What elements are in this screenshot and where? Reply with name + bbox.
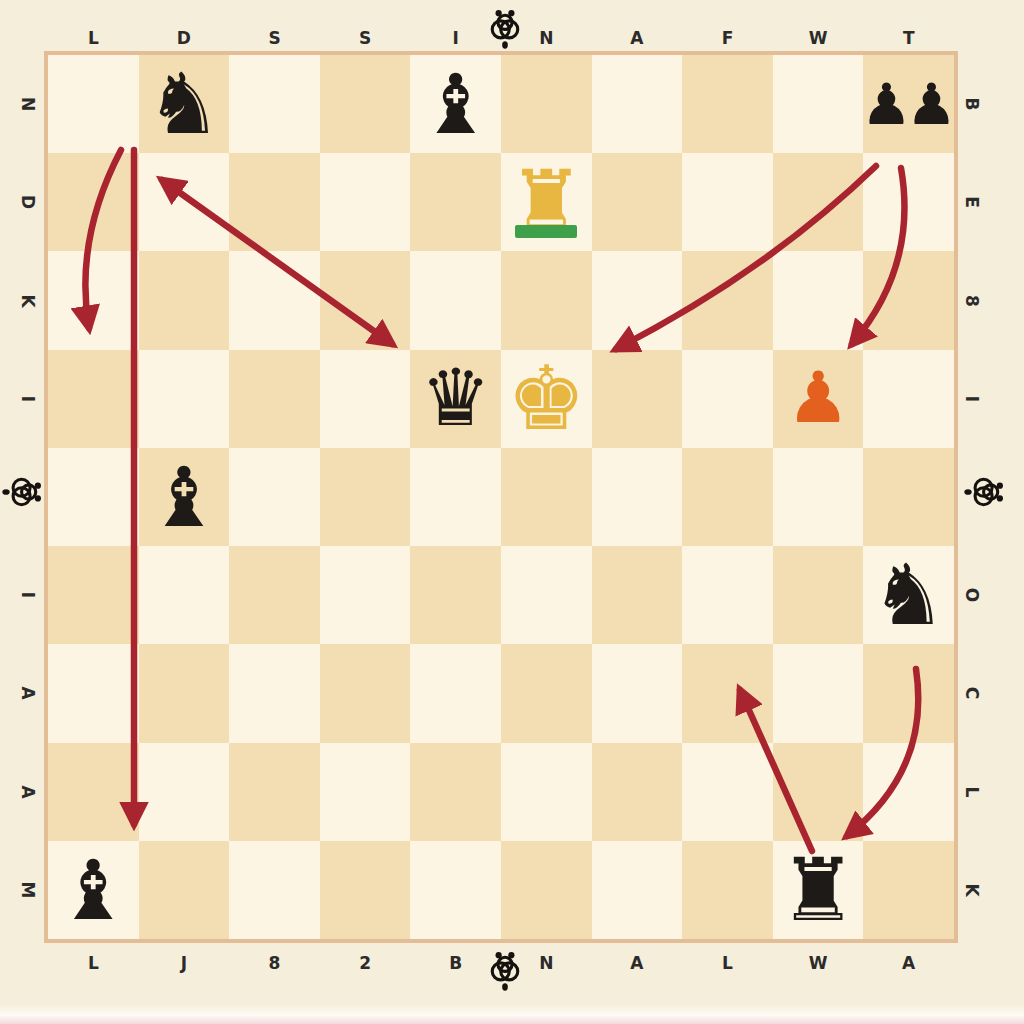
board-square[interactable] — [48, 448, 139, 546]
board-square[interactable] — [501, 251, 592, 349]
rank-label: K — [16, 287, 40, 315]
black-bishop[interactable]: ♝ — [410, 55, 501, 153]
board-square[interactable] — [229, 448, 320, 546]
rank-label: D — [16, 188, 40, 216]
rank-label: N — [16, 90, 40, 118]
board-square[interactable] — [592, 743, 683, 841]
rank-label: A — [16, 679, 40, 707]
board-square[interactable] — [410, 743, 501, 841]
board-square[interactable] — [229, 644, 320, 742]
board-square[interactable] — [320, 448, 411, 546]
board-square[interactable] — [863, 841, 954, 939]
board-square[interactable] — [229, 841, 320, 939]
board-square[interactable] — [682, 55, 773, 153]
crown-ornament-icon — [1, 475, 45, 509]
board-square[interactable] — [320, 546, 411, 644]
board-square[interactable] — [773, 251, 864, 349]
board-square[interactable] — [592, 841, 683, 939]
board-square[interactable] — [863, 644, 954, 742]
rank-label: C — [960, 679, 984, 707]
board-square[interactable] — [229, 153, 320, 251]
file-label: T — [895, 26, 923, 50]
file-label: I — [442, 26, 470, 50]
board-square[interactable] — [139, 153, 230, 251]
board-square[interactable] — [501, 743, 592, 841]
file-label: N — [532, 26, 560, 50]
board-square[interactable] — [682, 743, 773, 841]
board-square[interactable] — [139, 743, 230, 841]
board-square[interactable] — [48, 546, 139, 644]
board-square[interactable] — [592, 448, 683, 546]
file-label: A — [623, 951, 651, 975]
crown-ornament-icon — [488, 6, 522, 50]
board-square[interactable] — [48, 251, 139, 349]
board-square[interactable] — [773, 546, 864, 644]
board-square[interactable] — [320, 350, 411, 448]
board-square[interactable] — [682, 153, 773, 251]
file-label: L — [714, 951, 742, 975]
board-square[interactable] — [682, 251, 773, 349]
file-label: N — [532, 951, 560, 975]
board-square[interactable] — [682, 546, 773, 644]
board-square[interactable] — [48, 55, 139, 153]
file-label: B — [442, 951, 470, 975]
rank-label: K — [960, 876, 984, 904]
board-square[interactable] — [501, 841, 592, 939]
board-square[interactable] — [229, 743, 320, 841]
board-square[interactable] — [410, 644, 501, 742]
board-square[interactable] — [139, 251, 230, 349]
file-label: D — [170, 26, 198, 50]
crown-ornament-icon — [963, 475, 1007, 509]
board-square[interactable] — [863, 350, 954, 448]
rank-label: I — [16, 581, 40, 609]
board-square[interactable] — [320, 251, 411, 349]
board-square[interactable] — [229, 251, 320, 349]
board-square[interactable] — [592, 251, 683, 349]
green-base-band — [515, 225, 577, 238]
file-label: S — [261, 26, 289, 50]
board-square[interactable] — [139, 546, 230, 644]
file-label: A — [895, 951, 923, 975]
board-square[interactable] — [48, 743, 139, 841]
board-square[interactable] — [773, 743, 864, 841]
chess-diagram: ♞♝♟♟♜♛♚♟♝♞♜♝ LDSSINAFWTLJ82BNALWANDKIIAA… — [0, 0, 1024, 1024]
board-square[interactable] — [139, 644, 230, 742]
rank-label: M — [16, 876, 40, 904]
gold-rook[interactable]: ♜ — [501, 153, 592, 251]
board-square[interactable] — [592, 644, 683, 742]
file-label: F — [714, 26, 742, 50]
black-queen[interactable]: ♛ — [410, 350, 501, 448]
black-bishop[interactable]: ♝ — [48, 841, 139, 939]
black-bishop[interactable]: ♝ — [139, 448, 230, 546]
board-square[interactable] — [682, 350, 773, 448]
board-square[interactable] — [48, 153, 139, 251]
board-square[interactable] — [320, 644, 411, 742]
file-label: 8 — [261, 951, 289, 975]
file-label: 2 — [351, 951, 379, 975]
board-square[interactable] — [773, 153, 864, 251]
board-square[interactable] — [410, 153, 501, 251]
board-square[interactable] — [48, 644, 139, 742]
board-square[interactable] — [229, 350, 320, 448]
file-label: W — [804, 951, 832, 975]
board-square[interactable] — [501, 55, 592, 153]
black-knight[interactable]: ♞ — [139, 55, 230, 153]
board-square[interactable] — [863, 448, 954, 546]
rank-label: O — [960, 581, 984, 609]
board-square[interactable] — [501, 644, 592, 742]
rank-label: I — [960, 385, 984, 413]
board-square[interactable] — [501, 448, 592, 546]
board-square[interactable] — [773, 448, 864, 546]
board-square[interactable] — [682, 644, 773, 742]
board-square[interactable] — [863, 743, 954, 841]
rank-label: I — [16, 385, 40, 413]
crown-ornament-icon — [488, 948, 522, 992]
file-label: L — [79, 26, 107, 50]
board-square[interactable] — [320, 743, 411, 841]
board-square[interactable] — [773, 55, 864, 153]
board-square[interactable] — [863, 251, 954, 349]
board-square[interactable] — [410, 841, 501, 939]
board-square[interactable] — [592, 350, 683, 448]
board-square[interactable] — [410, 251, 501, 349]
board-square[interactable] — [501, 546, 592, 644]
gold-king[interactable]: ♚ — [501, 350, 592, 448]
board-square[interactable] — [48, 350, 139, 448]
file-label: A — [623, 26, 651, 50]
file-label: J — [170, 951, 198, 975]
board-square[interactable] — [410, 448, 501, 546]
file-label: L — [79, 951, 107, 975]
board-square[interactable] — [320, 841, 411, 939]
board-square[interactable] — [320, 153, 411, 251]
board-frame: ♞♝♟♟♜♛♚♟♝♞♜♝ — [44, 51, 958, 943]
board-square[interactable] — [592, 153, 683, 251]
board-square[interactable] — [592, 55, 683, 153]
board-square[interactable] — [773, 644, 864, 742]
black-knight[interactable]: ♞ — [863, 546, 954, 644]
board-square[interactable] — [410, 546, 501, 644]
board-square[interactable] — [229, 546, 320, 644]
board-square[interactable] — [139, 841, 230, 939]
file-label: W — [804, 26, 832, 50]
board-square[interactable] — [320, 55, 411, 153]
rank-label: E — [960, 188, 984, 216]
rank-label: 8 — [960, 287, 984, 315]
board-square[interactable] — [863, 153, 954, 251]
file-label: S — [351, 26, 379, 50]
board-square[interactable] — [229, 55, 320, 153]
rank-label: L — [960, 778, 984, 806]
rank-label: B — [960, 90, 984, 118]
board-square[interactable] — [682, 448, 773, 546]
board-square[interactable] — [592, 546, 683, 644]
black-pawn-pair[interactable]: ♟♟ — [863, 55, 954, 153]
board-square[interactable] — [682, 841, 773, 939]
bottom-edge-strip — [0, 1004, 1024, 1024]
orange-pawn[interactable]: ♟ — [773, 350, 864, 448]
rank-label: A — [16, 778, 40, 806]
black-rook[interactable]: ♜ — [773, 841, 864, 939]
board-square[interactable] — [139, 350, 230, 448]
